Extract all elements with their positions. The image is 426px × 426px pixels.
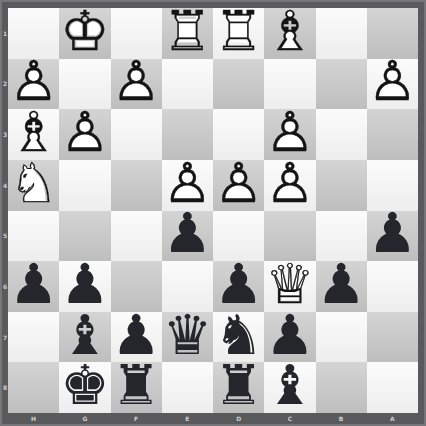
piece-black-bishop[interactable]: ♝: [59, 310, 110, 361]
file-label-b: B: [316, 413, 367, 424]
piece-white-pawn-outline: ♙: [264, 158, 315, 209]
piece-white-pawn-outline: ♙: [111, 57, 162, 108]
square-b6[interactable]: ♟: [316, 261, 367, 312]
square-h2[interactable]: ♟♙: [8, 59, 59, 110]
piece-white-pawn-outline: ♙: [213, 158, 264, 209]
piece-black-pawn[interactable]: ♟: [162, 209, 213, 260]
square-g5[interactable]: [59, 211, 110, 262]
piece-white-pawn[interactable]: ♟: [264, 158, 315, 209]
square-a3[interactable]: [367, 109, 418, 160]
square-d2[interactable]: [213, 59, 264, 110]
square-f1[interactable]: [111, 8, 162, 59]
piece-black-rook[interactable]: ♜: [213, 360, 264, 411]
file-label-h: H: [8, 413, 59, 424]
square-c3[interactable]: ♟♙: [264, 109, 315, 160]
square-b1[interactable]: [316, 8, 367, 59]
piece-black-knight[interactable]: ♞: [213, 310, 264, 361]
square-b8[interactable]: [316, 362, 367, 413]
square-h7[interactable]: [8, 312, 59, 363]
file-label-f: F: [111, 413, 162, 424]
square-c5[interactable]: [264, 211, 315, 262]
square-a4[interactable]: [367, 160, 418, 211]
piece-white-pawn[interactable]: ♟: [59, 107, 110, 158]
piece-white-pawn[interactable]: ♟: [213, 158, 264, 209]
square-f2[interactable]: ♟♙: [111, 59, 162, 110]
file-label-e: E: [162, 413, 213, 424]
piece-white-king-outline: ♔: [59, 6, 110, 57]
square-b2[interactable]: [316, 59, 367, 110]
square-h5[interactable]: [8, 211, 59, 262]
piece-white-rook-outline: ♖: [213, 6, 264, 57]
file-label-g: G: [59, 413, 110, 424]
square-f7[interactable]: ♟: [111, 312, 162, 363]
file-label-d: D: [213, 413, 264, 424]
square-a2[interactable]: ♟♙: [367, 59, 418, 110]
square-h1[interactable]: [8, 8, 59, 59]
square-d1[interactable]: ♜♖: [213, 8, 264, 59]
square-e1[interactable]: ♜♖: [162, 8, 213, 59]
piece-white-queen[interactable]: ♛: [264, 259, 315, 310]
piece-white-pawn[interactable]: ♟: [367, 57, 418, 108]
square-f4[interactable]: [111, 160, 162, 211]
piece-white-bishop-outline: ♗: [8, 107, 59, 158]
square-e8[interactable]: [162, 362, 213, 413]
square-c4[interactable]: ♟♙: [264, 160, 315, 211]
square-g2[interactable]: [59, 59, 110, 110]
piece-white-pawn-outline: ♙: [8, 57, 59, 108]
file-label-c: C: [264, 413, 315, 424]
piece-white-knight-outline: ♘: [8, 158, 59, 209]
piece-black-rook[interactable]: ♜: [111, 360, 162, 411]
piece-white-pawn-outline: ♙: [59, 107, 110, 158]
piece-white-rook[interactable]: ♜: [213, 6, 264, 57]
piece-white-bishop[interactable]: ♝: [8, 107, 59, 158]
square-d8[interactable]: ♜: [213, 362, 264, 413]
piece-white-pawn-outline: ♙: [367, 57, 418, 108]
square-d3[interactable]: [213, 109, 264, 160]
square-d4[interactable]: ♟♙: [213, 160, 264, 211]
square-b4[interactable]: [316, 160, 367, 211]
piece-white-king[interactable]: ♚: [59, 6, 110, 57]
square-e5[interactable]: ♟: [162, 211, 213, 262]
square-a7[interactable]: [367, 312, 418, 363]
square-e7[interactable]: ♛: [162, 312, 213, 363]
square-g3[interactable]: ♟♙: [59, 109, 110, 160]
square-f8[interactable]: ♜: [111, 362, 162, 413]
square-h3[interactable]: ♝♗: [8, 109, 59, 160]
piece-black-pawn[interactable]: ♟: [59, 259, 110, 310]
piece-white-pawn-outline: ♙: [162, 158, 213, 209]
square-e3[interactable]: [162, 109, 213, 160]
piece-white-pawn-outline: ♙: [264, 107, 315, 158]
square-c6[interactable]: ♛♕: [264, 261, 315, 312]
piece-black-pawn[interactable]: ♟: [316, 259, 367, 310]
piece-white-knight[interactable]: ♞: [8, 158, 59, 209]
board-grid: ♚♔♜♖♜♖♝♗♟♙♟♙♟♙♝♗♟♙♟♙♞♘♟♙♟♙♟♙♟♟♟♟♟♛♕♟♝♟♛♞…: [8, 8, 418, 413]
square-d6[interactable]: ♟: [213, 261, 264, 312]
square-f3[interactable]: [111, 109, 162, 160]
square-g6[interactable]: ♟: [59, 261, 110, 312]
piece-black-pawn[interactable]: ♟: [264, 310, 315, 361]
square-c2[interactable]: [264, 59, 315, 110]
piece-black-pawn[interactable]: ♟: [8, 259, 59, 310]
square-g4[interactable]: [59, 160, 110, 211]
square-g8[interactable]: ♚: [59, 362, 110, 413]
piece-white-rook-outline: ♖: [162, 6, 213, 57]
chess-board: 12345678 ♚♔♜♖♜♖♝♗♟♙♟♙♟♙♝♗♟♙♟♙♞♘♟♙♟♙♟♙♟♟♟…: [0, 0, 426, 426]
piece-white-pawn[interactable]: ♟: [264, 107, 315, 158]
file-labels: HGFEDCBA: [8, 413, 418, 424]
piece-white-queen-outline: ♕: [264, 259, 315, 310]
piece-black-bishop[interactable]: ♝: [264, 360, 315, 411]
square-f5[interactable]: [111, 211, 162, 262]
square-a1[interactable]: [367, 8, 418, 59]
square-c1[interactable]: ♝♗: [264, 8, 315, 59]
square-e6[interactable]: [162, 261, 213, 312]
square-e4[interactable]: ♟♙: [162, 160, 213, 211]
square-d5[interactable]: [213, 211, 264, 262]
square-c7[interactable]: ♟: [264, 312, 315, 363]
square-h6[interactable]: ♟: [8, 261, 59, 312]
square-a5[interactable]: ♟: [367, 211, 418, 262]
square-b7[interactable]: [316, 312, 367, 363]
square-d7[interactable]: ♞: [213, 312, 264, 363]
piece-black-queen[interactable]: ♛: [162, 310, 213, 361]
square-a8[interactable]: [367, 362, 418, 413]
piece-white-pawn[interactable]: ♟: [8, 57, 59, 108]
piece-black-king[interactable]: ♚: [59, 360, 110, 411]
square-h4[interactable]: ♞♘: [8, 160, 59, 211]
square-g7[interactable]: ♝: [59, 312, 110, 363]
piece-white-bishop-outline: ♗: [264, 6, 315, 57]
piece-white-rook[interactable]: ♜: [162, 6, 213, 57]
piece-black-pawn[interactable]: ♟: [367, 209, 418, 260]
square-b5[interactable]: [316, 211, 367, 262]
square-f6[interactable]: [111, 261, 162, 312]
piece-white-bishop[interactable]: ♝: [264, 6, 315, 57]
piece-white-pawn[interactable]: ♟: [111, 57, 162, 108]
square-e2[interactable]: [162, 59, 213, 110]
file-label-a: A: [367, 413, 418, 424]
square-g1[interactable]: ♚♔: [59, 8, 110, 59]
square-b3[interactable]: [316, 109, 367, 160]
square-h8[interactable]: [8, 362, 59, 413]
piece-white-pawn[interactable]: ♟: [162, 158, 213, 209]
square-a6[interactable]: [367, 261, 418, 312]
square-c8[interactable]: ♝: [264, 362, 315, 413]
piece-black-pawn[interactable]: ♟: [111, 310, 162, 361]
piece-black-pawn[interactable]: ♟: [213, 259, 264, 310]
